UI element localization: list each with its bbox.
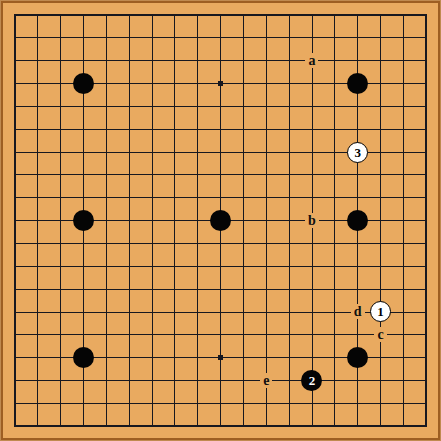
intersection-T11[interactable] bbox=[415, 186, 438, 209]
intersection-G12[interactable] bbox=[141, 163, 164, 186]
intersection-D4[interactable] bbox=[72, 346, 95, 369]
intersection-C18[interactable] bbox=[49, 26, 72, 49]
intersection-E6[interactable] bbox=[95, 301, 118, 324]
intersection-J4[interactable] bbox=[186, 346, 209, 369]
intersection-J13[interactable] bbox=[186, 141, 209, 164]
intersection-H5[interactable] bbox=[163, 323, 186, 346]
intersection-M4[interactable] bbox=[255, 346, 278, 369]
intersection-G15[interactable] bbox=[141, 95, 164, 118]
intersection-P8[interactable] bbox=[323, 255, 346, 278]
intersection-P19[interactable] bbox=[323, 4, 346, 27]
intersection-B2[interactable] bbox=[26, 392, 49, 415]
intersection-A4[interactable] bbox=[4, 346, 27, 369]
intersection-N16[interactable] bbox=[278, 72, 301, 95]
intersection-D14[interactable] bbox=[72, 118, 95, 141]
intersection-M1[interactable] bbox=[255, 415, 278, 438]
intersection-M19[interactable] bbox=[255, 4, 278, 27]
intersection-S19[interactable] bbox=[392, 4, 415, 27]
intersection-C10[interactable] bbox=[49, 209, 72, 232]
intersection-B10[interactable] bbox=[26, 209, 49, 232]
intersection-T6[interactable] bbox=[415, 301, 438, 324]
intersection-N13[interactable] bbox=[278, 141, 301, 164]
intersection-T19[interactable] bbox=[415, 4, 438, 27]
intersection-C5[interactable] bbox=[49, 323, 72, 346]
intersection-B9[interactable] bbox=[26, 232, 49, 255]
intersection-G6[interactable] bbox=[141, 301, 164, 324]
intersection-T2[interactable] bbox=[415, 392, 438, 415]
intersection-F10[interactable] bbox=[118, 209, 141, 232]
intersection-O16[interactable] bbox=[301, 72, 324, 95]
intersection-K2[interactable] bbox=[209, 392, 232, 415]
intersection-N9[interactable] bbox=[278, 232, 301, 255]
intersection-N1[interactable] bbox=[278, 415, 301, 438]
intersection-B17[interactable] bbox=[26, 49, 49, 72]
intersection-N3[interactable] bbox=[278, 369, 301, 392]
intersection-G7[interactable] bbox=[141, 278, 164, 301]
intersection-K1[interactable] bbox=[209, 415, 232, 438]
intersection-L8[interactable] bbox=[232, 255, 255, 278]
intersection-C13[interactable] bbox=[49, 141, 72, 164]
intersection-F13[interactable] bbox=[118, 141, 141, 164]
intersection-K13[interactable] bbox=[209, 141, 232, 164]
intersection-F3[interactable] bbox=[118, 369, 141, 392]
intersection-O1[interactable] bbox=[301, 415, 324, 438]
intersection-H9[interactable] bbox=[163, 232, 186, 255]
intersection-K18[interactable] bbox=[209, 26, 232, 49]
intersection-D10[interactable] bbox=[72, 209, 95, 232]
intersection-P16[interactable] bbox=[323, 72, 346, 95]
intersection-C17[interactable] bbox=[49, 49, 72, 72]
intersection-H14[interactable] bbox=[163, 118, 186, 141]
intersection-R15[interactable] bbox=[369, 95, 392, 118]
intersection-M2[interactable] bbox=[255, 392, 278, 415]
intersection-T16[interactable] bbox=[415, 72, 438, 95]
intersection-Q8[interactable] bbox=[346, 255, 369, 278]
intersection-J11[interactable] bbox=[186, 186, 209, 209]
intersection-A3[interactable] bbox=[4, 369, 27, 392]
intersection-M12[interactable] bbox=[255, 163, 278, 186]
intersection-Q14[interactable] bbox=[346, 118, 369, 141]
intersection-F11[interactable] bbox=[118, 186, 141, 209]
intersection-L3[interactable] bbox=[232, 369, 255, 392]
intersection-G8[interactable] bbox=[141, 255, 164, 278]
intersection-S17[interactable] bbox=[392, 49, 415, 72]
intersection-A11[interactable] bbox=[4, 186, 27, 209]
intersection-S5[interactable] bbox=[392, 323, 415, 346]
intersection-S15[interactable] bbox=[392, 95, 415, 118]
intersection-F19[interactable] bbox=[118, 4, 141, 27]
intersection-P14[interactable] bbox=[323, 118, 346, 141]
intersection-H3[interactable] bbox=[163, 369, 186, 392]
intersection-H13[interactable] bbox=[163, 141, 186, 164]
intersection-D17[interactable] bbox=[72, 49, 95, 72]
intersection-K16[interactable] bbox=[209, 72, 232, 95]
intersection-K3[interactable] bbox=[209, 369, 232, 392]
intersection-D19[interactable] bbox=[72, 4, 95, 27]
intersection-B5[interactable] bbox=[26, 323, 49, 346]
intersection-O5[interactable] bbox=[301, 323, 324, 346]
intersection-C19[interactable] bbox=[49, 4, 72, 27]
intersection-A1[interactable] bbox=[4, 415, 27, 438]
intersection-F7[interactable] bbox=[118, 278, 141, 301]
intersection-C1[interactable] bbox=[49, 415, 72, 438]
intersection-E12[interactable] bbox=[95, 163, 118, 186]
intersection-L15[interactable] bbox=[232, 95, 255, 118]
intersection-G16[interactable] bbox=[141, 72, 164, 95]
intersection-Q10[interactable] bbox=[346, 209, 369, 232]
intersection-A15[interactable] bbox=[4, 95, 27, 118]
intersection-F15[interactable] bbox=[118, 95, 141, 118]
intersection-M17[interactable] bbox=[255, 49, 278, 72]
intersection-L17[interactable] bbox=[232, 49, 255, 72]
intersection-L11[interactable] bbox=[232, 186, 255, 209]
intersection-T1[interactable] bbox=[415, 415, 438, 438]
intersection-H4[interactable] bbox=[163, 346, 186, 369]
intersection-J7[interactable] bbox=[186, 278, 209, 301]
intersection-B13[interactable] bbox=[26, 141, 49, 164]
intersection-N18[interactable] bbox=[278, 26, 301, 49]
intersection-L14[interactable] bbox=[232, 118, 255, 141]
intersection-R11[interactable] bbox=[369, 186, 392, 209]
intersection-F5[interactable] bbox=[118, 323, 141, 346]
intersection-O14[interactable] bbox=[301, 118, 324, 141]
intersection-P1[interactable] bbox=[323, 415, 346, 438]
intersection-D7[interactable] bbox=[72, 278, 95, 301]
intersection-F14[interactable] bbox=[118, 118, 141, 141]
intersection-C9[interactable] bbox=[49, 232, 72, 255]
intersection-A13[interactable] bbox=[4, 141, 27, 164]
intersection-S16[interactable] bbox=[392, 72, 415, 95]
intersection-S3[interactable] bbox=[392, 369, 415, 392]
intersection-R4[interactable] bbox=[369, 346, 392, 369]
intersection-A8[interactable] bbox=[4, 255, 27, 278]
intersection-F18[interactable] bbox=[118, 26, 141, 49]
intersection-E15[interactable] bbox=[95, 95, 118, 118]
intersection-R2[interactable] bbox=[369, 392, 392, 415]
intersection-M8[interactable] bbox=[255, 255, 278, 278]
intersection-D18[interactable] bbox=[72, 26, 95, 49]
intersection-D15[interactable] bbox=[72, 95, 95, 118]
intersection-T5[interactable] bbox=[415, 323, 438, 346]
intersection-P4[interactable] bbox=[323, 346, 346, 369]
intersection-L18[interactable] bbox=[232, 26, 255, 49]
intersection-C16[interactable] bbox=[49, 72, 72, 95]
intersection-D9[interactable] bbox=[72, 232, 95, 255]
intersection-B6[interactable] bbox=[26, 301, 49, 324]
intersection-D5[interactable] bbox=[72, 323, 95, 346]
intersection-B7[interactable] bbox=[26, 278, 49, 301]
intersection-R14[interactable] bbox=[369, 118, 392, 141]
intersection-M16[interactable] bbox=[255, 72, 278, 95]
intersection-Q5[interactable] bbox=[346, 323, 369, 346]
intersection-N6[interactable] bbox=[278, 301, 301, 324]
intersection-H19[interactable] bbox=[163, 4, 186, 27]
intersection-J10[interactable] bbox=[186, 209, 209, 232]
intersection-L10[interactable] bbox=[232, 209, 255, 232]
intersection-G2[interactable] bbox=[141, 392, 164, 415]
intersection-H18[interactable] bbox=[163, 26, 186, 49]
intersection-R3[interactable] bbox=[369, 369, 392, 392]
intersection-S1[interactable] bbox=[392, 415, 415, 438]
intersection-H16[interactable] bbox=[163, 72, 186, 95]
intersection-M9[interactable] bbox=[255, 232, 278, 255]
intersection-N14[interactable] bbox=[278, 118, 301, 141]
intersection-Q6[interactable]: d bbox=[346, 301, 369, 324]
intersection-N11[interactable] bbox=[278, 186, 301, 209]
intersection-B19[interactable] bbox=[26, 4, 49, 27]
intersection-M7[interactable] bbox=[255, 278, 278, 301]
intersection-S18[interactable] bbox=[392, 26, 415, 49]
intersection-K9[interactable] bbox=[209, 232, 232, 255]
intersection-H11[interactable] bbox=[163, 186, 186, 209]
intersection-B18[interactable] bbox=[26, 26, 49, 49]
intersection-B14[interactable] bbox=[26, 118, 49, 141]
intersection-N12[interactable] bbox=[278, 163, 301, 186]
intersection-R17[interactable] bbox=[369, 49, 392, 72]
intersection-H2[interactable] bbox=[163, 392, 186, 415]
intersection-P2[interactable] bbox=[323, 392, 346, 415]
intersection-G1[interactable] bbox=[141, 415, 164, 438]
intersection-R10[interactable] bbox=[369, 209, 392, 232]
intersection-K5[interactable] bbox=[209, 323, 232, 346]
intersection-O19[interactable] bbox=[301, 4, 324, 27]
intersection-Q2[interactable] bbox=[346, 392, 369, 415]
intersection-M6[interactable] bbox=[255, 301, 278, 324]
intersection-S12[interactable] bbox=[392, 163, 415, 186]
intersection-T13[interactable] bbox=[415, 141, 438, 164]
intersection-A16[interactable] bbox=[4, 72, 27, 95]
intersection-E1[interactable] bbox=[95, 415, 118, 438]
intersection-C7[interactable] bbox=[49, 278, 72, 301]
intersection-J14[interactable] bbox=[186, 118, 209, 141]
intersection-P5[interactable] bbox=[323, 323, 346, 346]
intersection-J17[interactable] bbox=[186, 49, 209, 72]
intersection-E14[interactable] bbox=[95, 118, 118, 141]
intersection-O8[interactable] bbox=[301, 255, 324, 278]
intersection-E17[interactable] bbox=[95, 49, 118, 72]
intersection-K7[interactable] bbox=[209, 278, 232, 301]
intersection-F8[interactable] bbox=[118, 255, 141, 278]
intersection-K15[interactable] bbox=[209, 95, 232, 118]
intersection-D2[interactable] bbox=[72, 392, 95, 415]
intersection-J18[interactable] bbox=[186, 26, 209, 49]
intersection-L9[interactable] bbox=[232, 232, 255, 255]
intersection-A17[interactable] bbox=[4, 49, 27, 72]
intersection-H12[interactable] bbox=[163, 163, 186, 186]
intersection-G18[interactable] bbox=[141, 26, 164, 49]
intersection-P13[interactable] bbox=[323, 141, 346, 164]
intersection-N10[interactable] bbox=[278, 209, 301, 232]
intersection-E3[interactable] bbox=[95, 369, 118, 392]
intersection-B8[interactable] bbox=[26, 255, 49, 278]
intersection-K12[interactable] bbox=[209, 163, 232, 186]
intersection-Q16[interactable] bbox=[346, 72, 369, 95]
intersection-K8[interactable] bbox=[209, 255, 232, 278]
intersection-D16[interactable] bbox=[72, 72, 95, 95]
intersection-M18[interactable] bbox=[255, 26, 278, 49]
intersection-K11[interactable] bbox=[209, 186, 232, 209]
intersection-R1[interactable] bbox=[369, 415, 392, 438]
intersection-Q15[interactable] bbox=[346, 95, 369, 118]
intersection-Q4[interactable] bbox=[346, 346, 369, 369]
intersection-S7[interactable] bbox=[392, 278, 415, 301]
intersection-O9[interactable] bbox=[301, 232, 324, 255]
intersection-J3[interactable] bbox=[186, 369, 209, 392]
intersection-P15[interactable] bbox=[323, 95, 346, 118]
intersection-J12[interactable] bbox=[186, 163, 209, 186]
intersection-Q3[interactable] bbox=[346, 369, 369, 392]
intersection-P6[interactable] bbox=[323, 301, 346, 324]
intersection-F17[interactable] bbox=[118, 49, 141, 72]
intersection-L16[interactable] bbox=[232, 72, 255, 95]
intersection-Q19[interactable] bbox=[346, 4, 369, 27]
intersection-Q9[interactable] bbox=[346, 232, 369, 255]
intersection-R6[interactable]: 1 bbox=[369, 301, 392, 324]
intersection-M14[interactable] bbox=[255, 118, 278, 141]
intersection-B16[interactable] bbox=[26, 72, 49, 95]
intersection-G4[interactable] bbox=[141, 346, 164, 369]
intersection-T8[interactable] bbox=[415, 255, 438, 278]
intersection-M10[interactable] bbox=[255, 209, 278, 232]
intersection-J6[interactable] bbox=[186, 301, 209, 324]
intersection-S6[interactable] bbox=[392, 301, 415, 324]
intersection-D3[interactable] bbox=[72, 369, 95, 392]
intersection-S8[interactable] bbox=[392, 255, 415, 278]
intersection-Q12[interactable] bbox=[346, 163, 369, 186]
intersection-F16[interactable] bbox=[118, 72, 141, 95]
intersection-G9[interactable] bbox=[141, 232, 164, 255]
intersection-H10[interactable] bbox=[163, 209, 186, 232]
intersection-T14[interactable] bbox=[415, 118, 438, 141]
intersection-K19[interactable] bbox=[209, 4, 232, 27]
intersection-D13[interactable] bbox=[72, 141, 95, 164]
intersection-T7[interactable] bbox=[415, 278, 438, 301]
intersection-A12[interactable] bbox=[4, 163, 27, 186]
intersection-A18[interactable] bbox=[4, 26, 27, 49]
intersection-G10[interactable] bbox=[141, 209, 164, 232]
intersection-A10[interactable] bbox=[4, 209, 27, 232]
intersection-S4[interactable] bbox=[392, 346, 415, 369]
intersection-C15[interactable] bbox=[49, 95, 72, 118]
intersection-J15[interactable] bbox=[186, 95, 209, 118]
intersection-J9[interactable] bbox=[186, 232, 209, 255]
intersection-R8[interactable] bbox=[369, 255, 392, 278]
intersection-J19[interactable] bbox=[186, 4, 209, 27]
intersection-B1[interactable] bbox=[26, 415, 49, 438]
intersection-J5[interactable] bbox=[186, 323, 209, 346]
intersection-G14[interactable] bbox=[141, 118, 164, 141]
intersection-L12[interactable] bbox=[232, 163, 255, 186]
intersection-T4[interactable] bbox=[415, 346, 438, 369]
intersection-C2[interactable] bbox=[49, 392, 72, 415]
intersection-H17[interactable] bbox=[163, 49, 186, 72]
intersection-N4[interactable] bbox=[278, 346, 301, 369]
intersection-Q13[interactable]: 3 bbox=[346, 141, 369, 164]
intersection-C14[interactable] bbox=[49, 118, 72, 141]
intersection-L2[interactable] bbox=[232, 392, 255, 415]
intersection-O11[interactable] bbox=[301, 186, 324, 209]
intersection-E19[interactable] bbox=[95, 4, 118, 27]
intersection-A5[interactable] bbox=[4, 323, 27, 346]
intersection-S13[interactable] bbox=[392, 141, 415, 164]
intersection-O3[interactable]: 2 bbox=[301, 369, 324, 392]
intersection-L7[interactable] bbox=[232, 278, 255, 301]
intersection-N8[interactable] bbox=[278, 255, 301, 278]
intersection-O13[interactable] bbox=[301, 141, 324, 164]
intersection-P11[interactable] bbox=[323, 186, 346, 209]
intersection-H1[interactable] bbox=[163, 415, 186, 438]
intersection-G3[interactable] bbox=[141, 369, 164, 392]
intersection-R19[interactable] bbox=[369, 4, 392, 27]
intersection-Q1[interactable] bbox=[346, 415, 369, 438]
intersection-H8[interactable] bbox=[163, 255, 186, 278]
intersection-O18[interactable] bbox=[301, 26, 324, 49]
intersection-C11[interactable] bbox=[49, 186, 72, 209]
intersection-O12[interactable] bbox=[301, 163, 324, 186]
intersection-B11[interactable] bbox=[26, 186, 49, 209]
intersection-C4[interactable] bbox=[49, 346, 72, 369]
intersection-K6[interactable] bbox=[209, 301, 232, 324]
intersection-R7[interactable] bbox=[369, 278, 392, 301]
intersection-O17[interactable]: a bbox=[301, 49, 324, 72]
intersection-C6[interactable] bbox=[49, 301, 72, 324]
intersection-Q11[interactable] bbox=[346, 186, 369, 209]
intersection-P18[interactable] bbox=[323, 26, 346, 49]
intersection-A9[interactable] bbox=[4, 232, 27, 255]
intersection-J8[interactable] bbox=[186, 255, 209, 278]
intersection-M13[interactable] bbox=[255, 141, 278, 164]
intersection-M15[interactable] bbox=[255, 95, 278, 118]
intersection-L6[interactable] bbox=[232, 301, 255, 324]
intersection-R13[interactable] bbox=[369, 141, 392, 164]
intersection-K4[interactable] bbox=[209, 346, 232, 369]
intersection-O10[interactable]: b bbox=[301, 209, 324, 232]
intersection-T15[interactable] bbox=[415, 95, 438, 118]
intersection-J2[interactable] bbox=[186, 392, 209, 415]
intersection-E13[interactable] bbox=[95, 141, 118, 164]
intersection-L4[interactable] bbox=[232, 346, 255, 369]
intersection-B3[interactable] bbox=[26, 369, 49, 392]
intersection-J16[interactable] bbox=[186, 72, 209, 95]
intersection-O15[interactable] bbox=[301, 95, 324, 118]
intersection-M5[interactable] bbox=[255, 323, 278, 346]
intersection-E2[interactable] bbox=[95, 392, 118, 415]
intersection-M3[interactable]: e bbox=[255, 369, 278, 392]
intersection-D1[interactable] bbox=[72, 415, 95, 438]
intersection-N15[interactable] bbox=[278, 95, 301, 118]
intersection-S2[interactable] bbox=[392, 392, 415, 415]
intersection-K10[interactable] bbox=[209, 209, 232, 232]
intersection-C12[interactable] bbox=[49, 163, 72, 186]
intersection-N2[interactable] bbox=[278, 392, 301, 415]
intersection-O2[interactable] bbox=[301, 392, 324, 415]
intersection-G19[interactable] bbox=[141, 4, 164, 27]
intersection-E18[interactable] bbox=[95, 26, 118, 49]
intersection-H6[interactable] bbox=[163, 301, 186, 324]
intersection-S11[interactable] bbox=[392, 186, 415, 209]
intersection-T18[interactable] bbox=[415, 26, 438, 49]
intersection-F9[interactable] bbox=[118, 232, 141, 255]
intersection-N5[interactable] bbox=[278, 323, 301, 346]
intersection-H7[interactable] bbox=[163, 278, 186, 301]
intersection-D6[interactable] bbox=[72, 301, 95, 324]
intersection-O6[interactable] bbox=[301, 301, 324, 324]
intersection-R16[interactable] bbox=[369, 72, 392, 95]
intersection-E16[interactable] bbox=[95, 72, 118, 95]
intersection-M11[interactable] bbox=[255, 186, 278, 209]
intersection-R9[interactable] bbox=[369, 232, 392, 255]
intersection-G5[interactable] bbox=[141, 323, 164, 346]
